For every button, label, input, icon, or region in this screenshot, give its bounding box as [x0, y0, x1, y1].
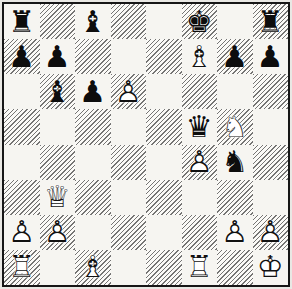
- square-b2: ♟♙: [40, 215, 76, 250]
- square-b6: ♝: [40, 74, 76, 109]
- square-h7: ♟: [253, 39, 289, 74]
- square-g4: ♞: [217, 145, 253, 180]
- square-e1: [146, 250, 182, 285]
- square-d4: [111, 145, 147, 180]
- black-pawn: ♟: [40, 39, 76, 74]
- square-c3: [75, 180, 111, 215]
- square-f8: ♚: [182, 4, 218, 39]
- white-pawn: ♟♙: [253, 215, 289, 250]
- square-c1: ♝♗: [75, 250, 111, 285]
- square-a2: ♟♙: [4, 215, 40, 250]
- square-f5: ♛: [182, 109, 218, 144]
- square-f7: ♝♗: [182, 39, 218, 74]
- square-b4: [40, 145, 76, 180]
- square-h5: [253, 109, 289, 144]
- square-e2: [146, 215, 182, 250]
- square-e6: [146, 74, 182, 109]
- square-b3: ♛♕: [40, 180, 76, 215]
- square-e7: [146, 39, 182, 74]
- black-knight: ♞: [217, 145, 253, 180]
- square-b1: [40, 250, 76, 285]
- square-f2: [182, 215, 218, 250]
- square-e5: [146, 109, 182, 144]
- square-f4: ♟♙: [182, 145, 218, 180]
- white-queen: ♛♕: [40, 180, 76, 215]
- black-bishop: ♝: [75, 4, 111, 39]
- black-rook: ♜: [253, 4, 289, 39]
- white-rook: ♜♖: [4, 250, 40, 285]
- square-h2: ♟♙: [253, 215, 289, 250]
- square-g6: [217, 74, 253, 109]
- black-bishop: ♝: [40, 74, 76, 109]
- square-c2: [75, 215, 111, 250]
- square-d7: [111, 39, 147, 74]
- square-h8: ♜: [253, 4, 289, 39]
- square-g2: ♟♙: [217, 215, 253, 250]
- square-e4: [146, 145, 182, 180]
- white-pawn: ♟♙: [4, 215, 40, 250]
- white-pawn: ♟♙: [217, 215, 253, 250]
- chess-diagram: ♜♝♚♜♟♟♝♗♟♟♝♟♟♙♛♞♘♟♙♞♛♕♟♙♟♙♟♙♟♙♜♖♝♗♜♖♚♔: [0, 0, 292, 289]
- square-b7: ♟: [40, 39, 76, 74]
- black-pawn: ♟: [4, 39, 40, 74]
- square-a1: ♜♖: [4, 250, 40, 285]
- square-d1: [111, 250, 147, 285]
- square-a7: ♟: [4, 39, 40, 74]
- square-g8: [217, 4, 253, 39]
- square-a5: [4, 109, 40, 144]
- square-c7: [75, 39, 111, 74]
- square-c4: [75, 145, 111, 180]
- square-g3: [217, 180, 253, 215]
- white-pawn: ♟♙: [182, 145, 218, 180]
- square-b8: [40, 4, 76, 39]
- square-b5: [40, 109, 76, 144]
- square-d5: [111, 109, 147, 144]
- square-h3: [253, 180, 289, 215]
- square-e3: [146, 180, 182, 215]
- black-rook: ♜: [4, 4, 40, 39]
- white-bishop: ♝♗: [75, 250, 111, 285]
- square-a4: [4, 145, 40, 180]
- square-g5: ♞♘: [217, 109, 253, 144]
- white-pawn: ♟♙: [40, 215, 76, 250]
- square-d3: [111, 180, 147, 215]
- square-a8: ♜: [4, 4, 40, 39]
- square-c8: ♝: [75, 4, 111, 39]
- square-c5: [75, 109, 111, 144]
- square-a3: [4, 180, 40, 215]
- square-a6: [4, 74, 40, 109]
- black-queen: ♛: [182, 109, 218, 144]
- square-d6: ♟♙: [111, 74, 147, 109]
- square-g7: ♟: [217, 39, 253, 74]
- square-c6: ♟: [75, 74, 111, 109]
- square-d8: [111, 4, 147, 39]
- square-h4: [253, 145, 289, 180]
- square-f3: [182, 180, 218, 215]
- chess-board: ♜♝♚♜♟♟♝♗♟♟♝♟♟♙♛♞♘♟♙♞♛♕♟♙♟♙♟♙♟♙♜♖♝♗♜♖♚♔: [2, 2, 290, 287]
- square-f6: [182, 74, 218, 109]
- white-rook: ♜♖: [182, 250, 218, 285]
- white-king: ♚♔: [253, 250, 289, 285]
- black-pawn: ♟: [217, 39, 253, 74]
- white-pawn: ♟♙: [111, 74, 147, 109]
- square-e8: [146, 4, 182, 39]
- square-g1: [217, 250, 253, 285]
- square-h6: [253, 74, 289, 109]
- black-king: ♚: [182, 4, 218, 39]
- square-h1: ♚♔: [253, 250, 289, 285]
- black-pawn: ♟: [75, 74, 111, 109]
- white-bishop: ♝♗: [182, 39, 218, 74]
- square-d2: [111, 215, 147, 250]
- black-pawn: ♟: [253, 39, 289, 74]
- square-f1: ♜♖: [182, 250, 218, 285]
- white-knight: ♞♘: [217, 109, 253, 144]
